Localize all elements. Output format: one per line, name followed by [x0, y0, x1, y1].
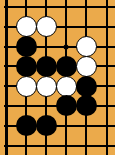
intersection: [0, 17, 16, 37]
intersection: [96, 96, 115, 116]
intersection: [56, 96, 76, 116]
intersection: [0, 56, 16, 76]
black-stone: [56, 56, 77, 77]
black-stone: [16, 36, 37, 57]
intersection: [16, 116, 36, 136]
black-stone: [76, 95, 97, 116]
white-stone: [76, 36, 97, 57]
intersection: [0, 136, 16, 155]
intersection: [16, 56, 36, 76]
board-grid: [0, 0, 115, 155]
intersection: [76, 17, 96, 37]
white-stone: [56, 76, 77, 97]
go-board[interactable]: [0, 0, 115, 155]
intersection: [96, 116, 115, 136]
intersection: [16, 0, 36, 17]
intersection: [36, 136, 56, 155]
intersection: [56, 76, 76, 96]
intersection: [76, 96, 96, 116]
intersection: [36, 17, 56, 37]
intersection: [96, 17, 115, 37]
intersection: [36, 0, 56, 17]
black-stone: [36, 56, 57, 77]
intersection: [96, 37, 115, 57]
intersection: [0, 96, 16, 116]
intersection: [36, 56, 56, 76]
white-stone: [36, 16, 57, 37]
intersection: [56, 136, 76, 155]
intersection: [0, 37, 16, 57]
intersection: [96, 76, 115, 96]
intersection: [0, 0, 16, 17]
white-stone: [76, 56, 97, 77]
intersection: [0, 116, 16, 136]
intersection: [36, 37, 56, 57]
intersection: [16, 37, 36, 57]
intersection: [56, 17, 76, 37]
intersection: [36, 76, 56, 96]
intersection: [16, 136, 36, 155]
white-stone: [16, 16, 37, 37]
white-stone: [36, 76, 57, 97]
intersection: [56, 37, 76, 57]
intersection: [76, 116, 96, 136]
black-stone: [16, 115, 37, 136]
intersection: [16, 17, 36, 37]
intersection: [76, 136, 96, 155]
black-stone: [36, 115, 57, 136]
black-stone: [56, 95, 77, 116]
intersection: [0, 76, 16, 96]
intersection: [76, 76, 96, 96]
intersection: [36, 116, 56, 136]
intersection: [96, 56, 115, 76]
intersection: [76, 0, 96, 17]
intersection: [56, 116, 76, 136]
intersection: [36, 96, 56, 116]
black-stone: [76, 76, 97, 97]
intersection: [56, 0, 76, 17]
white-stone: [16, 76, 37, 97]
intersection: [76, 56, 96, 76]
intersection: [16, 96, 36, 116]
intersection: [56, 56, 76, 76]
intersection: [96, 136, 115, 155]
black-stone: [16, 56, 37, 77]
intersection: [16, 76, 36, 96]
intersection: [96, 0, 115, 17]
intersection: [76, 37, 96, 57]
